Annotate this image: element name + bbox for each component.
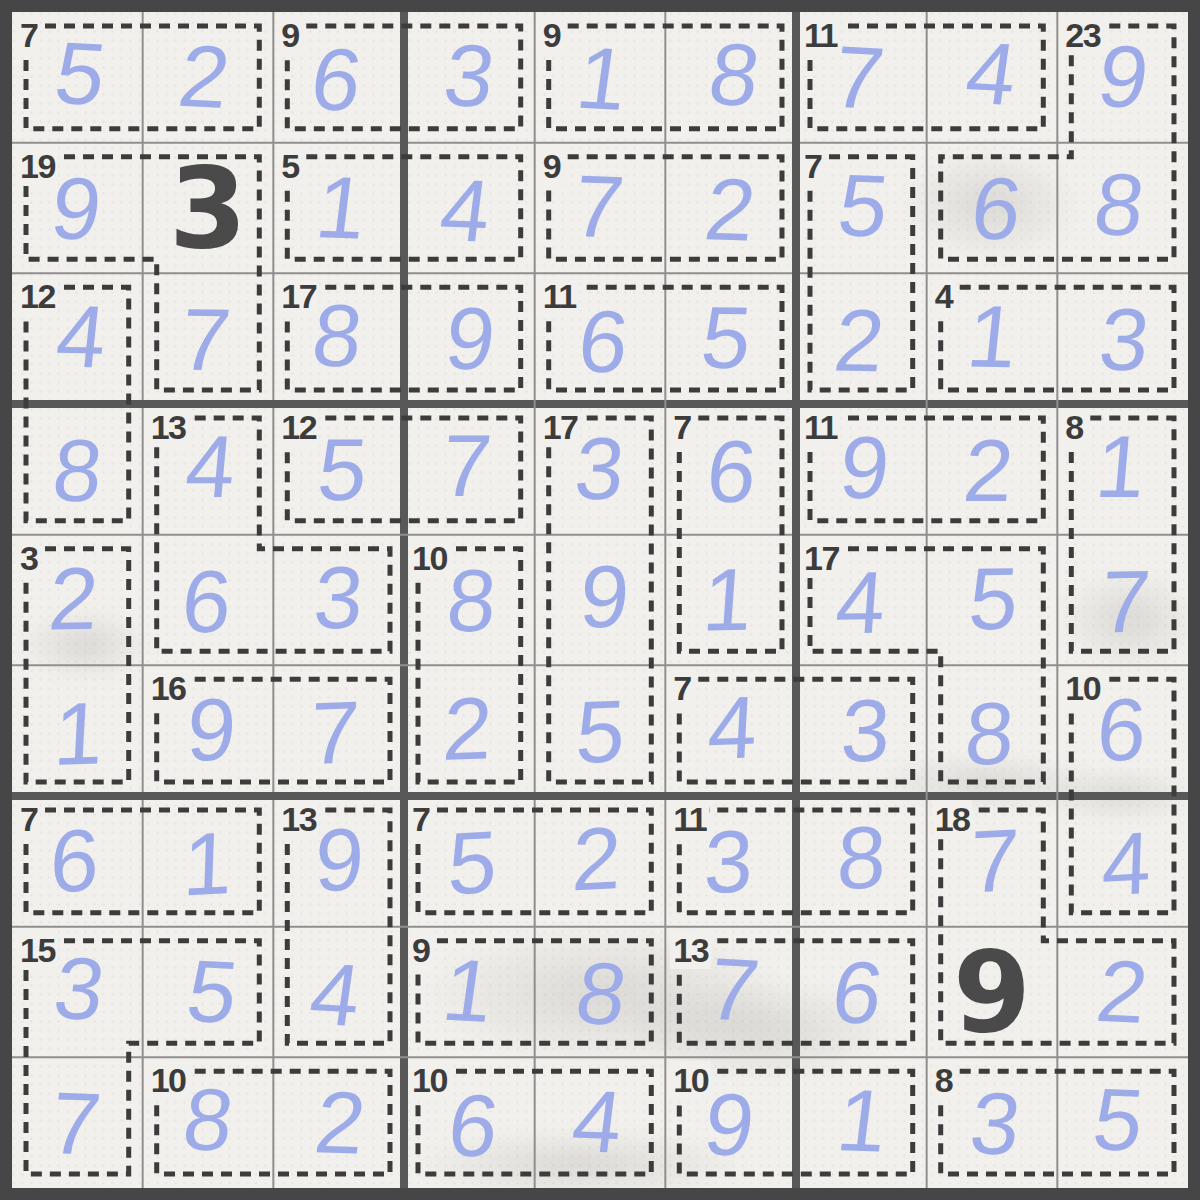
cell-r1c3[interactable]: 6: [273, 12, 404, 143]
cell-r6c1[interactable]: 1: [12, 665, 143, 796]
solved-digit-4: 4: [832, 551, 888, 654]
solved-digit-1: 1: [311, 156, 372, 259]
solved-digit-5: 5: [697, 286, 757, 389]
solved-digit-9: 9: [699, 1073, 760, 1176]
cell-r4c7[interactable]: 9: [796, 404, 927, 535]
solved-digit-1: 1: [181, 812, 233, 917]
solved-digit-6: 6: [305, 28, 368, 132]
cell-r8c9[interactable]: 2: [1057, 927, 1188, 1058]
cell-r4c3[interactable]: 5: [273, 404, 404, 535]
given-digit-9: 9: [953, 927, 1031, 1057]
solved-digit-7: 7: [827, 26, 890, 130]
cell-r5c4[interactable]: 8: [404, 535, 535, 666]
cell-r5c1[interactable]: 2: [12, 535, 143, 666]
cell-r7c7[interactable]: 8: [796, 796, 927, 927]
cell-r7c3[interactable]: 9: [273, 796, 404, 927]
killer-sudoku-board: 7991123195971217114131217711831017167107…: [0, 0, 1200, 1200]
solved-digit-2: 2: [959, 420, 1017, 522]
cell-r5c5[interactable]: 9: [535, 535, 666, 666]
cell-r3c4[interactable]: 9: [404, 273, 535, 404]
cell-r7c6[interactable]: 3: [665, 796, 796, 927]
cell-r8c5[interactable]: 8: [535, 927, 666, 1058]
solved-digit-4: 4: [706, 676, 760, 780]
solved-digit-7: 7: [567, 155, 628, 258]
solved-digit-3: 3: [570, 418, 628, 520]
solved-digit-6: 6: [48, 809, 100, 914]
cell-r7c4[interactable]: 5: [404, 796, 535, 927]
cell-r9c4[interactable]: 6: [404, 1057, 535, 1188]
cell-r4c5[interactable]: 3: [535, 404, 666, 535]
cell-r1c9[interactable]: 9: [1057, 12, 1188, 143]
solved-digit-2: 2: [310, 1071, 371, 1174]
cell-r3c2[interactable]: 7: [143, 273, 274, 404]
solved-digit-5: 5: [180, 940, 243, 1044]
cell-r4c6[interactable]: 6: [665, 404, 796, 535]
given-digit-3: 3: [169, 143, 247, 273]
solved-digit-6: 6: [443, 1074, 504, 1177]
cell-r5c7[interactable]: 4: [796, 535, 927, 666]
solved-digit-4: 4: [1100, 812, 1152, 917]
cell-r9c8[interactable]: 3: [927, 1057, 1058, 1188]
cell-r1c1[interactable]: 5: [12, 12, 143, 143]
cell-r1c4[interactable]: 3: [404, 12, 535, 143]
solved-digit-2: 2: [700, 158, 761, 261]
solved-digit-9: 9: [1092, 25, 1155, 129]
cell-r8c1[interactable]: 3: [12, 927, 143, 1058]
cell-r9c5[interactable]: 4: [535, 1057, 666, 1188]
solved-digit-9: 9: [184, 678, 238, 782]
cell-r6c2[interactable]: 9: [143, 665, 274, 796]
solved-digit-7: 7: [45, 1072, 106, 1175]
cell-r1c2[interactable]: 2: [143, 12, 274, 143]
solved-digit-4: 4: [304, 943, 367, 1047]
cell-r7c8[interactable]: 7: [927, 796, 1058, 927]
cell-r1c6[interactable]: 8: [665, 12, 796, 143]
solved-digit-8: 8: [962, 682, 1016, 786]
solved-digit-1: 1: [437, 939, 500, 1043]
cell-r3c1[interactable]: 4: [12, 273, 143, 404]
cell-r3c8[interactable]: 1: [927, 273, 1058, 404]
solved-digit-7: 7: [437, 415, 495, 517]
solved-digit-1: 1: [570, 27, 633, 131]
cell-r9c7[interactable]: 1: [796, 1057, 927, 1188]
solved-digit-2: 2: [1091, 940, 1154, 1044]
solved-digit-4: 4: [51, 285, 111, 388]
cell-r6c4[interactable]: 2: [404, 665, 535, 796]
solved-digit-3: 3: [964, 1072, 1025, 1175]
cell-r4c8[interactable]: 2: [927, 404, 1058, 535]
solved-digit-2: 2: [172, 25, 235, 129]
cell-r7c5[interactable]: 2: [535, 796, 666, 927]
cell-r7c2[interactable]: 1: [143, 796, 274, 927]
cell-r9c6[interactable]: 9: [665, 1057, 796, 1188]
solved-digit-3: 3: [311, 546, 367, 649]
solved-digit-6: 6: [178, 550, 234, 653]
cell-r3c3[interactable]: 8: [273, 273, 404, 404]
sudoku-grid: 5263187499314725684789652138457369212638…: [12, 12, 1188, 1188]
cell-r1c5[interactable]: 1: [535, 12, 666, 143]
solved-digit-6: 6: [573, 290, 633, 393]
solved-digit-1: 1: [962, 285, 1022, 388]
cell-r6c8[interactable]: 8: [927, 665, 1058, 796]
cell-r8c3[interactable]: 4: [273, 927, 404, 1058]
cell-r3c7[interactable]: 2: [796, 273, 927, 404]
solved-digit-7: 7: [175, 288, 235, 391]
solved-digit-7: 7: [702, 938, 765, 1042]
cell-r3c5[interactable]: 6: [535, 273, 666, 404]
solved-digit-1: 1: [700, 548, 756, 651]
solved-digit-1: 1: [832, 1069, 893, 1172]
solved-digit-9: 9: [440, 287, 500, 390]
solved-digit-6: 6: [703, 421, 761, 523]
solved-digit-5: 5: [1088, 1068, 1149, 1171]
solved-digit-7: 7: [1098, 550, 1154, 653]
cell-r2c1[interactable]: 9: [12, 143, 143, 274]
cell-r5c3[interactable]: 3: [273, 535, 404, 666]
cell-r8c4[interactable]: 1: [404, 927, 535, 1058]
solved-digit-8: 8: [48, 420, 106, 522]
solved-digit-5: 5: [49, 22, 112, 126]
cell-r6c7[interactable]: 3: [796, 665, 927, 796]
cell-r9c9[interactable]: 5: [1057, 1057, 1188, 1188]
solved-digit-5: 5: [314, 419, 372, 521]
solved-digit-8: 8: [1089, 153, 1150, 256]
cell-r3c9[interactable]: 3: [1057, 273, 1188, 404]
solved-digit-2: 2: [440, 677, 494, 781]
cell-r4c4[interactable]: 7: [404, 404, 535, 535]
solved-digit-9: 9: [835, 417, 893, 519]
cell-r9c2[interactable]: 8: [143, 1057, 274, 1188]
solved-digit-4: 4: [435, 159, 496, 262]
cell-r2c8[interactable]: 6: [927, 143, 1058, 274]
cell-r2c3[interactable]: 1: [273, 143, 404, 274]
cell-r4c1[interactable]: 8: [12, 404, 143, 535]
cell-r2c7[interactable]: 5: [796, 143, 927, 274]
solved-digit-6: 6: [965, 157, 1026, 260]
solved-digit-8: 8: [308, 284, 368, 387]
cell-r2c9[interactable]: 8: [1057, 143, 1188, 274]
cell-r4c2[interactable]: 4: [143, 404, 274, 535]
solved-digit-5: 5: [573, 680, 627, 784]
solved-digit-9: 9: [576, 545, 632, 648]
solved-digit-2: 2: [570, 807, 622, 912]
solved-digit-3: 3: [838, 679, 892, 783]
solved-digit-3: 3: [702, 810, 754, 915]
solved-digit-9: 9: [46, 157, 107, 260]
cell-r8c8[interactable]: 9: [927, 927, 1058, 1058]
cell-r9c3[interactable]: 2: [273, 1057, 404, 1188]
solved-digit-2: 2: [45, 547, 101, 650]
solved-digit-4: 4: [959, 22, 1022, 126]
solved-digit-6: 6: [826, 941, 889, 1045]
solved-digit-7: 7: [968, 809, 1020, 914]
solved-digit-1: 1: [1092, 416, 1150, 518]
solved-digit-8: 8: [443, 549, 499, 652]
cell-r6c5[interactable]: 5: [535, 665, 666, 796]
cell-r6c3[interactable]: 7: [273, 665, 404, 796]
solved-digit-8: 8: [569, 942, 632, 1046]
cell-r6c6[interactable]: 4: [665, 665, 796, 796]
solved-digit-3: 3: [438, 24, 501, 128]
cell-r5c8[interactable]: 5: [927, 535, 1058, 666]
cell-r6c9[interactable]: 6: [1057, 665, 1188, 796]
cell-r2c2[interactable]: 3: [143, 143, 274, 274]
cell-r1c8[interactable]: 4: [927, 12, 1058, 143]
cell-r2c6[interactable]: 2: [665, 143, 796, 274]
solved-digit-3: 3: [48, 937, 111, 1041]
solved-digit-3: 3: [1095, 288, 1155, 391]
solved-digit-5: 5: [965, 547, 1021, 650]
cell-r5c2[interactable]: 6: [143, 535, 274, 666]
cell-r7c9[interactable]: 4: [1057, 796, 1188, 927]
cell-r2c5[interactable]: 7: [535, 143, 666, 274]
solved-digit-8: 8: [177, 1068, 238, 1171]
cell-r8c2[interactable]: 5: [143, 927, 274, 1058]
solved-digit-5: 5: [833, 154, 894, 257]
solved-digit-1: 1: [51, 682, 105, 786]
solved-digit-8: 8: [703, 23, 766, 127]
cell-r2c4[interactable]: 4: [404, 143, 535, 274]
solved-digit-5: 5: [446, 811, 498, 916]
cell-r5c6[interactable]: 1: [665, 535, 796, 666]
solved-digit-6: 6: [1095, 678, 1149, 782]
cell-r1c7[interactable]: 7: [796, 12, 927, 143]
solved-digit-9: 9: [313, 808, 365, 913]
cell-r4c9[interactable]: 1: [1057, 404, 1188, 535]
solved-digit-4: 4: [181, 416, 239, 518]
solved-digit-7: 7: [308, 681, 362, 785]
cell-r8c7[interactable]: 6: [796, 927, 927, 1058]
cell-r5c9[interactable]: 7: [1057, 535, 1188, 666]
cell-r8c6[interactable]: 7: [665, 927, 796, 1058]
solved-digit-8: 8: [835, 806, 887, 911]
solved-digit-4: 4: [566, 1070, 627, 1173]
solved-digit-2: 2: [829, 289, 889, 392]
cell-r9c1[interactable]: 7: [12, 1057, 143, 1188]
cell-r7c1[interactable]: 6: [12, 796, 143, 927]
cell-r3c6[interactable]: 5: [665, 273, 796, 404]
